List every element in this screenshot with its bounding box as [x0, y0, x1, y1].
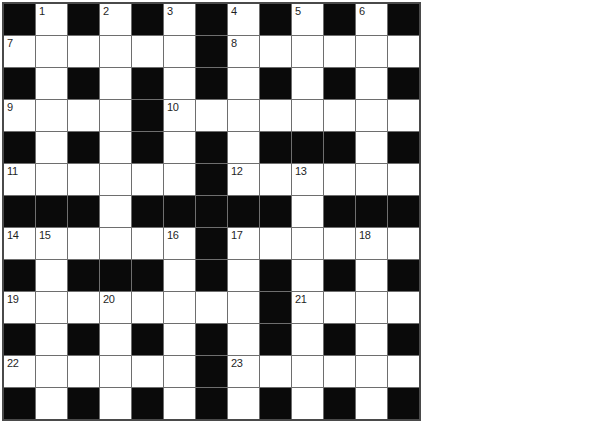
clue-number-1: 1 — [39, 5, 45, 17]
white-cell-r3c11[interactable] — [356, 100, 387, 131]
black-cell-r7c6 — [196, 228, 227, 259]
black-cell-r5c6 — [196, 164, 227, 195]
white-cell-r9c7[interactable] — [228, 292, 259, 323]
black-cell-r12c10 — [324, 388, 355, 419]
black-cell-r2c8 — [260, 68, 291, 99]
clue-number-20: 20 — [103, 293, 115, 305]
white-cell-r12c9[interactable] — [292, 388, 323, 419]
white-cell-r9c4[interactable] — [132, 292, 163, 323]
clue-number-10: 10 — [167, 101, 179, 113]
clue-number-9: 9 — [7, 101, 13, 113]
white-cell-r0c11[interactable]: 6 — [356, 4, 387, 35]
white-cell-r12c5[interactable] — [164, 388, 195, 419]
white-cell-r8c9[interactable] — [292, 260, 323, 291]
black-cell-r0c2 — [68, 4, 99, 35]
black-cell-r6c0 — [4, 196, 35, 227]
white-cell-r5c8[interactable] — [260, 164, 291, 195]
black-cell-r0c4 — [132, 4, 163, 35]
black-cell-r6c1 — [36, 196, 67, 227]
white-cell-r11c8[interactable] — [260, 356, 291, 387]
white-cell-r12c1[interactable] — [36, 388, 67, 419]
white-cell-r0c7[interactable]: 4 — [228, 4, 259, 35]
clue-number-23: 23 — [231, 357, 243, 369]
white-cell-r9c2[interactable] — [68, 292, 99, 323]
white-cell-r7c8[interactable] — [260, 228, 291, 259]
white-cell-r1c0[interactable]: 7 — [4, 36, 35, 67]
white-cell-r4c11[interactable] — [356, 132, 387, 163]
black-cell-r10c12 — [388, 324, 419, 355]
white-cell-r9c12[interactable] — [388, 292, 419, 323]
black-cell-r8c4 — [132, 260, 163, 291]
white-cell-r0c1[interactable]: 1 — [36, 4, 67, 35]
white-cell-r10c5[interactable] — [164, 324, 195, 355]
clue-number-5: 5 — [295, 5, 301, 17]
black-cell-r9c8 — [260, 292, 291, 323]
white-cell-r11c1[interactable] — [36, 356, 67, 387]
black-cell-r8c8 — [260, 260, 291, 291]
white-cell-r2c9[interactable] — [292, 68, 323, 99]
black-cell-r11c6 — [196, 356, 227, 387]
black-cell-r6c6 — [196, 196, 227, 227]
clue-number-21: 21 — [295, 293, 307, 305]
white-cell-r0c9[interactable]: 5 — [292, 4, 323, 35]
white-cell-r2c7[interactable] — [228, 68, 259, 99]
black-cell-r12c2 — [68, 388, 99, 419]
white-cell-r3c6[interactable] — [196, 100, 227, 131]
clue-number-8: 8 — [231, 37, 237, 49]
white-cell-r5c4[interactable] — [132, 164, 163, 195]
white-cell-r8c1[interactable] — [36, 260, 67, 291]
black-cell-r6c10 — [324, 196, 355, 227]
clue-number-13: 13 — [295, 165, 307, 177]
white-cell-r3c3[interactable] — [100, 100, 131, 131]
black-cell-r0c0 — [4, 4, 35, 35]
black-cell-r6c4 — [132, 196, 163, 227]
white-cell-r5c2[interactable] — [68, 164, 99, 195]
white-cell-r0c5[interactable]: 3 — [164, 4, 195, 35]
white-cell-r8c11[interactable] — [356, 260, 387, 291]
white-cell-r5c11[interactable] — [356, 164, 387, 195]
black-cell-r10c6 — [196, 324, 227, 355]
white-cell-r12c3[interactable] — [100, 388, 131, 419]
black-cell-r1c6 — [196, 36, 227, 67]
white-cell-r9c11[interactable] — [356, 292, 387, 323]
white-cell-r7c5[interactable]: 16 — [164, 228, 195, 259]
white-cell-r9c6[interactable] — [196, 292, 227, 323]
black-cell-r0c6 — [196, 4, 227, 35]
black-cell-r4c12 — [388, 132, 419, 163]
white-cell-r7c11[interactable]: 18 — [356, 228, 387, 259]
white-cell-r1c10[interactable] — [324, 36, 355, 67]
black-cell-r10c10 — [324, 324, 355, 355]
clue-number-17: 17 — [231, 229, 243, 241]
black-cell-r6c2 — [68, 196, 99, 227]
white-cell-r7c4[interactable] — [132, 228, 163, 259]
white-cell-r1c2[interactable] — [68, 36, 99, 67]
white-cell-r3c7[interactable] — [228, 100, 259, 131]
white-cell-r10c9[interactable] — [292, 324, 323, 355]
white-cell-r7c12[interactable] — [388, 228, 419, 259]
page: 1234567891011121314151617181920212223 — [0, 0, 600, 427]
black-cell-r12c12 — [388, 388, 419, 419]
white-cell-r3c5[interactable]: 10 — [164, 100, 195, 131]
white-cell-r11c12[interactable] — [388, 356, 419, 387]
clue-number-22: 22 — [7, 357, 19, 369]
white-cell-r2c1[interactable] — [36, 68, 67, 99]
white-cell-r11c2[interactable] — [68, 356, 99, 387]
clue-number-15: 15 — [39, 229, 51, 241]
black-cell-r8c10 — [324, 260, 355, 291]
white-cell-r2c5[interactable] — [164, 68, 195, 99]
white-cell-r10c7[interactable] — [228, 324, 259, 355]
white-cell-r5c12[interactable] — [388, 164, 419, 195]
white-cell-r7c9[interactable] — [292, 228, 323, 259]
black-cell-r12c6 — [196, 388, 227, 419]
black-cell-r2c4 — [132, 68, 163, 99]
white-cell-r5c5[interactable] — [164, 164, 195, 195]
white-cell-r5c10[interactable] — [324, 164, 355, 195]
black-cell-r4c9 — [292, 132, 323, 163]
white-cell-r9c5[interactable] — [164, 292, 195, 323]
white-cell-r7c1[interactable]: 15 — [36, 228, 67, 259]
black-cell-r4c2 — [68, 132, 99, 163]
white-cell-r11c7[interactable]: 23 — [228, 356, 259, 387]
white-cell-r3c10[interactable] — [324, 100, 355, 131]
black-cell-r8c0 — [4, 260, 35, 291]
white-cell-r1c7[interactable]: 8 — [228, 36, 259, 67]
white-cell-r5c1[interactable] — [36, 164, 67, 195]
black-cell-r6c7 — [228, 196, 259, 227]
white-cell-r1c1[interactable] — [36, 36, 67, 67]
black-cell-r4c4 — [132, 132, 163, 163]
white-cell-r4c7[interactable] — [228, 132, 259, 163]
black-cell-r6c11 — [356, 196, 387, 227]
white-cell-r11c3[interactable] — [100, 356, 131, 387]
white-cell-r4c3[interactable] — [100, 132, 131, 163]
black-cell-r2c0 — [4, 68, 35, 99]
white-cell-r1c12[interactable] — [388, 36, 419, 67]
black-cell-r8c6 — [196, 260, 227, 291]
white-cell-r12c7[interactable] — [228, 388, 259, 419]
white-cell-r9c3[interactable]: 20 — [100, 292, 131, 323]
black-cell-r6c5 — [164, 196, 195, 227]
clue-number-6: 6 — [359, 5, 365, 17]
black-cell-r8c2 — [68, 260, 99, 291]
black-cell-r10c4 — [132, 324, 163, 355]
white-cell-r11c9[interactable] — [292, 356, 323, 387]
white-cell-r1c3[interactable] — [100, 36, 131, 67]
white-cell-r8c7[interactable] — [228, 260, 259, 291]
white-cell-r3c2[interactable] — [68, 100, 99, 131]
black-cell-r2c6 — [196, 68, 227, 99]
white-cell-r1c8[interactable] — [260, 36, 291, 67]
white-cell-r11c5[interactable] — [164, 356, 195, 387]
black-cell-r12c8 — [260, 388, 291, 419]
white-cell-r9c0[interactable]: 19 — [4, 292, 35, 323]
white-cell-r7c10[interactable] — [324, 228, 355, 259]
white-cell-r7c7[interactable]: 17 — [228, 228, 259, 259]
black-cell-r4c6 — [196, 132, 227, 163]
crossword-grid: 1234567891011121314151617181920212223 — [2, 2, 421, 421]
black-cell-r8c12 — [388, 260, 419, 291]
white-cell-r10c11[interactable] — [356, 324, 387, 355]
white-cell-r3c8[interactable] — [260, 100, 291, 131]
black-cell-r12c0 — [4, 388, 35, 419]
white-cell-r3c9[interactable] — [292, 100, 323, 131]
clue-number-19: 19 — [7, 293, 19, 305]
white-cell-r0c3[interactable]: 2 — [100, 4, 131, 35]
white-cell-r5c0[interactable]: 11 — [4, 164, 35, 195]
clue-number-16: 16 — [167, 229, 179, 241]
white-cell-r11c11[interactable] — [356, 356, 387, 387]
black-cell-r2c12 — [388, 68, 419, 99]
black-cell-r0c8 — [260, 4, 291, 35]
white-cell-r10c1[interactable] — [36, 324, 67, 355]
black-cell-r10c8 — [260, 324, 291, 355]
white-cell-r1c5[interactable] — [164, 36, 195, 67]
white-cell-r11c4[interactable] — [132, 356, 163, 387]
white-cell-r5c9[interactable]: 13 — [292, 164, 323, 195]
black-cell-r2c2 — [68, 68, 99, 99]
white-cell-r7c2[interactable] — [68, 228, 99, 259]
white-cell-r6c3[interactable] — [100, 196, 131, 227]
white-cell-r7c3[interactable] — [100, 228, 131, 259]
clue-number-7: 7 — [7, 37, 13, 49]
clue-number-18: 18 — [359, 229, 371, 241]
black-cell-r12c4 — [132, 388, 163, 419]
white-cell-r7c0[interactable]: 14 — [4, 228, 35, 259]
clue-number-4: 4 — [231, 5, 237, 17]
white-cell-r4c1[interactable] — [36, 132, 67, 163]
white-cell-r6c9[interactable] — [292, 196, 323, 227]
black-cell-r8c3 — [100, 260, 131, 291]
black-cell-r4c0 — [4, 132, 35, 163]
white-cell-r1c11[interactable] — [356, 36, 387, 67]
black-cell-r0c10 — [324, 4, 355, 35]
white-cell-r1c4[interactable] — [132, 36, 163, 67]
black-cell-r10c2 — [68, 324, 99, 355]
black-cell-r3c4 — [132, 100, 163, 131]
white-cell-r4c5[interactable] — [164, 132, 195, 163]
black-cell-r4c8 — [260, 132, 291, 163]
white-cell-r5c3[interactable] — [100, 164, 131, 195]
clue-number-11: 11 — [7, 165, 18, 177]
white-cell-r3c12[interactable] — [388, 100, 419, 131]
white-cell-r12c11[interactable] — [356, 388, 387, 419]
clue-number-12: 12 — [231, 165, 243, 177]
clue-number-2: 2 — [103, 5, 109, 17]
white-cell-r5c7[interactable]: 12 — [228, 164, 259, 195]
clue-number-3: 3 — [167, 5, 173, 17]
black-cell-r4c10 — [324, 132, 355, 163]
clue-number-14: 14 — [7, 229, 19, 241]
white-cell-r11c0[interactable]: 22 — [4, 356, 35, 387]
black-cell-r10c0 — [4, 324, 35, 355]
black-cell-r0c12 — [388, 4, 419, 35]
black-cell-r6c12 — [388, 196, 419, 227]
white-cell-r9c1[interactable] — [36, 292, 67, 323]
white-cell-r3c1[interactable] — [36, 100, 67, 131]
white-cell-r9c10[interactable] — [324, 292, 355, 323]
white-cell-r3c0[interactable]: 9 — [4, 100, 35, 131]
white-cell-r2c11[interactable] — [356, 68, 387, 99]
white-cell-r11c10[interactable] — [324, 356, 355, 387]
white-cell-r9c9[interactable]: 21 — [292, 292, 323, 323]
black-cell-r2c10 — [324, 68, 355, 99]
white-cell-r2c3[interactable] — [100, 68, 131, 99]
white-cell-r8c5[interactable] — [164, 260, 195, 291]
white-cell-r1c9[interactable] — [292, 36, 323, 67]
white-cell-r10c3[interactable] — [100, 324, 131, 355]
black-cell-r6c8 — [260, 196, 291, 227]
